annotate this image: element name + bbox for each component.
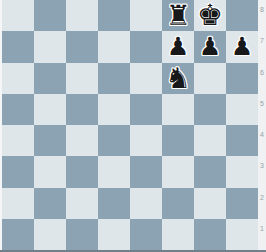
square-e7[interactable] [130, 31, 162, 62]
square-d8[interactable] [98, 0, 130, 31]
black-pawn-f7[interactable]: ♟ [167, 34, 189, 59]
square-h1[interactable] [226, 219, 258, 250]
square-b2[interactable] [34, 188, 66, 219]
square-c6[interactable] [66, 63, 98, 94]
square-h7[interactable]: ♟ [226, 31, 258, 62]
square-f5[interactable] [162, 94, 194, 125]
square-c7[interactable] [66, 31, 98, 62]
black-pawn-h7[interactable]: ♟ [231, 34, 253, 59]
black-rook-f8[interactable]: ♜ [165, 2, 190, 30]
square-a6[interactable] [2, 63, 34, 94]
square-h4[interactable] [226, 125, 258, 156]
square-b8[interactable] [34, 0, 66, 31]
square-g4[interactable] [194, 125, 226, 156]
square-d6[interactable] [98, 63, 130, 94]
rank-label-5: 5 [258, 94, 266, 125]
square-b5[interactable] [34, 94, 66, 125]
square-c3[interactable] [66, 156, 98, 187]
square-c8[interactable] [66, 0, 98, 31]
square-g8[interactable]: ♚ [194, 0, 226, 31]
square-f4[interactable] [162, 125, 194, 156]
rank-label-8: 8 [258, 0, 266, 31]
square-f8[interactable]: ♜ [162, 0, 194, 31]
square-a2[interactable] [2, 188, 34, 219]
square-f6[interactable]: ♞ [162, 63, 194, 94]
square-e2[interactable] [130, 188, 162, 219]
rank-label-7: 7 [258, 31, 266, 62]
square-g1[interactable] [194, 219, 226, 250]
black-pawn-g7[interactable]: ♟ [199, 34, 221, 59]
square-b4[interactable] [34, 125, 66, 156]
square-c4[interactable] [66, 125, 98, 156]
square-e5[interactable] [130, 94, 162, 125]
black-knight-f6[interactable]: ♞ [165, 64, 191, 93]
rank-label-1: 1 [258, 219, 266, 250]
square-f3[interactable] [162, 156, 194, 187]
square-b7[interactable] [34, 31, 66, 62]
chess-board: ♜♚♟♟♟♞ [2, 0, 258, 250]
square-h6[interactable] [226, 63, 258, 94]
square-h8[interactable] [226, 0, 258, 31]
square-b6[interactable] [34, 63, 66, 94]
square-e8[interactable] [130, 0, 162, 31]
square-f7[interactable]: ♟ [162, 31, 194, 62]
square-d2[interactable] [98, 188, 130, 219]
square-h5[interactable] [226, 94, 258, 125]
square-b3[interactable] [34, 156, 66, 187]
square-d4[interactable] [98, 125, 130, 156]
square-d5[interactable] [98, 94, 130, 125]
square-d3[interactable] [98, 156, 130, 187]
square-b1[interactable] [34, 219, 66, 250]
square-e6[interactable] [130, 63, 162, 94]
square-a3[interactable] [2, 156, 34, 187]
square-a5[interactable] [2, 94, 34, 125]
square-g2[interactable] [194, 188, 226, 219]
square-e1[interactable] [130, 219, 162, 250]
square-g7[interactable]: ♟ [194, 31, 226, 62]
square-a1[interactable] [2, 219, 34, 250]
rank-coordinate-labels: 87654321 [258, 0, 266, 250]
square-f1[interactable] [162, 219, 194, 250]
square-a4[interactable] [2, 125, 34, 156]
rank-label-6: 6 [258, 63, 266, 94]
square-g3[interactable] [194, 156, 226, 187]
square-e3[interactable] [130, 156, 162, 187]
square-e4[interactable] [130, 125, 162, 156]
square-g6[interactable] [194, 63, 226, 94]
square-f2[interactable] [162, 188, 194, 219]
square-d7[interactable] [98, 31, 130, 62]
square-g5[interactable] [194, 94, 226, 125]
black-king-g8[interactable]: ♚ [197, 1, 223, 30]
square-h3[interactable] [226, 156, 258, 187]
square-c2[interactable] [66, 188, 98, 219]
square-a8[interactable] [2, 0, 34, 31]
square-c1[interactable] [66, 219, 98, 250]
rank-label-4: 4 [258, 125, 266, 156]
square-a7[interactable] [2, 31, 34, 62]
rank-label-2: 2 [258, 188, 266, 219]
chess-app-window: ♜♚♟♟♟♞ 87654321 [0, 0, 266, 252]
square-c5[interactable] [66, 94, 98, 125]
square-d1[interactable] [98, 219, 130, 250]
square-h2[interactable] [226, 188, 258, 219]
rank-label-3: 3 [258, 156, 266, 187]
